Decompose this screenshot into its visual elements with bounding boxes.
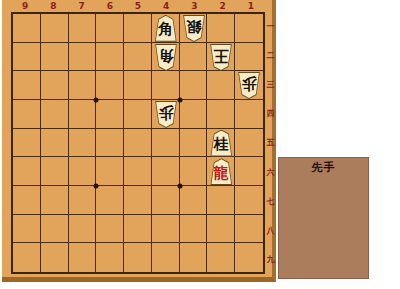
cell-9-1[interactable]: [13, 14, 41, 43]
cell-8-9[interactable]: [41, 243, 69, 272]
piece-角-42-gote[interactable]: 角: [154, 44, 178, 71]
cell-4-8[interactable]: [152, 215, 180, 244]
piece-桂-25-sente[interactable]: 桂: [209, 130, 233, 157]
piece-face: 歩: [238, 73, 260, 98]
cell-7-4[interactable]: [69, 100, 97, 129]
rank-label-5: 五: [265, 128, 276, 157]
piece-王-22-gote[interactable]: 王: [209, 44, 233, 71]
cell-6-2[interactable]: [96, 43, 124, 72]
file-label-1: 1: [237, 1, 265, 11]
file-label-7: 7: [67, 1, 95, 11]
cell-2-7[interactable]: [207, 186, 235, 215]
cell-9-6[interactable]: [13, 157, 41, 186]
cell-4-3[interactable]: [152, 71, 180, 100]
cell-5-1[interactable]: [124, 14, 152, 43]
cell-8-3[interactable]: [41, 71, 69, 100]
rank-label-4: 四: [265, 99, 276, 128]
cell-5-8[interactable]: [124, 215, 152, 244]
cell-3-8[interactable]: [180, 215, 208, 244]
piece-kanji: 王: [214, 48, 229, 63]
sente-hand-label: 先手: [279, 160, 368, 175]
cell-6-3[interactable]: [96, 71, 124, 100]
piece-face: 角: [155, 16, 177, 41]
rank-label-2: 二: [265, 41, 276, 70]
cell-3-5[interactable]: [180, 129, 208, 158]
piece-kanji: 桂: [214, 137, 229, 152]
piece-kanji: 角: [158, 48, 173, 63]
piece-kanji: 銀: [186, 19, 201, 34]
cell-3-2[interactable]: [180, 43, 208, 72]
piece-face: 龍: [210, 159, 232, 184]
cell-9-8[interactable]: [13, 215, 41, 244]
cell-1-1[interactable]: [235, 14, 263, 43]
rank-label-6: 六: [265, 158, 276, 187]
cell-6-9[interactable]: [96, 243, 124, 272]
cell-3-7[interactable]: [180, 186, 208, 215]
cell-5-4[interactable]: [124, 100, 152, 129]
star-point: [94, 98, 99, 103]
cell-9-7[interactable]: [13, 186, 41, 215]
cell-9-2[interactable]: [13, 43, 41, 72]
cell-2-3[interactable]: [207, 71, 235, 100]
cell-6-5[interactable]: [96, 129, 124, 158]
cell-1-6[interactable]: [235, 157, 263, 186]
cell-2-4[interactable]: [207, 100, 235, 129]
file-label-5: 5: [124, 1, 152, 11]
cell-9-5[interactable]: [13, 129, 41, 158]
file-label-4: 4: [152, 1, 180, 11]
piece-face: 桂: [210, 131, 232, 156]
cell-8-4[interactable]: [41, 100, 69, 129]
cell-7-7[interactable]: [69, 186, 97, 215]
rank-label-7: 七: [265, 187, 276, 216]
cell-4-6[interactable]: [152, 157, 180, 186]
cell-4-9[interactable]: [152, 243, 180, 272]
cell-8-8[interactable]: [41, 215, 69, 244]
cell-5-2[interactable]: [124, 43, 152, 72]
cell-4-5[interactable]: [152, 129, 180, 158]
cell-1-5[interactable]: [235, 129, 263, 158]
cell-5-6[interactable]: [124, 157, 152, 186]
cell-7-5[interactable]: [69, 129, 97, 158]
board-grid: 角銀角王歩歩桂龍: [11, 12, 265, 274]
rank-label-1: 一: [265, 12, 276, 41]
cell-7-1[interactable]: [69, 14, 97, 43]
rank-label-9: 九: [265, 245, 276, 274]
cell-7-3[interactable]: [69, 71, 97, 100]
cell-6-1[interactable]: [96, 14, 124, 43]
cell-2-9[interactable]: [207, 243, 235, 272]
cell-9-3[interactable]: [13, 71, 41, 100]
cell-4-7[interactable]: [152, 186, 180, 215]
piece-銀-31-gote[interactable]: 銀: [182, 15, 206, 42]
cell-7-2[interactable]: [69, 43, 97, 72]
cell-7-8[interactable]: [69, 215, 97, 244]
piece-歩-13-gote[interactable]: 歩: [237, 72, 261, 99]
cell-6-7[interactable]: [96, 186, 124, 215]
cell-8-2[interactable]: [41, 43, 69, 72]
cell-8-7[interactable]: [41, 186, 69, 215]
piece-kanji: 歩: [242, 77, 257, 92]
cell-2-1[interactable]: [207, 14, 235, 43]
rank-label-8: 八: [265, 216, 276, 245]
piece-龍-26-sente[interactable]: 龍: [209, 158, 233, 185]
file-label-2: 2: [209, 1, 237, 11]
cell-1-9[interactable]: [235, 243, 263, 272]
rank-label-3: 三: [265, 70, 276, 99]
cell-6-6[interactable]: [96, 157, 124, 186]
piece-kanji: 龍: [214, 166, 229, 181]
piece-角-41-sente[interactable]: 角: [154, 15, 178, 42]
cell-5-7[interactable]: [124, 186, 152, 215]
cell-3-6[interactable]: [180, 157, 208, 186]
cell-5-9[interactable]: [124, 243, 152, 272]
cell-3-9[interactable]: [180, 243, 208, 272]
cell-3-4[interactable]: [180, 100, 208, 129]
star-point: [177, 184, 182, 189]
piece-kanji: 歩: [158, 105, 173, 120]
cell-1-2[interactable]: [235, 43, 263, 72]
cell-8-6[interactable]: [41, 157, 69, 186]
cell-7-9[interactable]: [69, 243, 97, 272]
cell-1-7[interactable]: [235, 186, 263, 215]
cell-6-8[interactable]: [96, 215, 124, 244]
file-label-6: 6: [96, 1, 124, 11]
sente-hand-tray: 先手: [278, 157, 369, 279]
cell-9-9[interactable]: [13, 243, 41, 272]
cell-8-1[interactable]: [41, 14, 69, 43]
file-label-3: 3: [180, 1, 208, 11]
cell-5-5[interactable]: [124, 129, 152, 158]
file-label-8: 8: [39, 1, 67, 11]
cell-1-8[interactable]: [235, 215, 263, 244]
cell-5-3[interactable]: [124, 71, 152, 100]
piece-歩-44-gote[interactable]: 歩: [154, 101, 178, 128]
cell-6-4[interactable]: [96, 100, 124, 129]
cell-9-4[interactable]: [13, 100, 41, 129]
cell-3-3[interactable]: [180, 71, 208, 100]
cell-8-5[interactable]: [41, 129, 69, 158]
cell-2-8[interactable]: [207, 215, 235, 244]
cell-7-6[interactable]: [69, 157, 97, 186]
star-point: [94, 184, 99, 189]
cell-1-4[interactable]: [235, 100, 263, 129]
file-label-9: 9: [11, 1, 39, 11]
piece-kanji: 角: [158, 22, 173, 37]
